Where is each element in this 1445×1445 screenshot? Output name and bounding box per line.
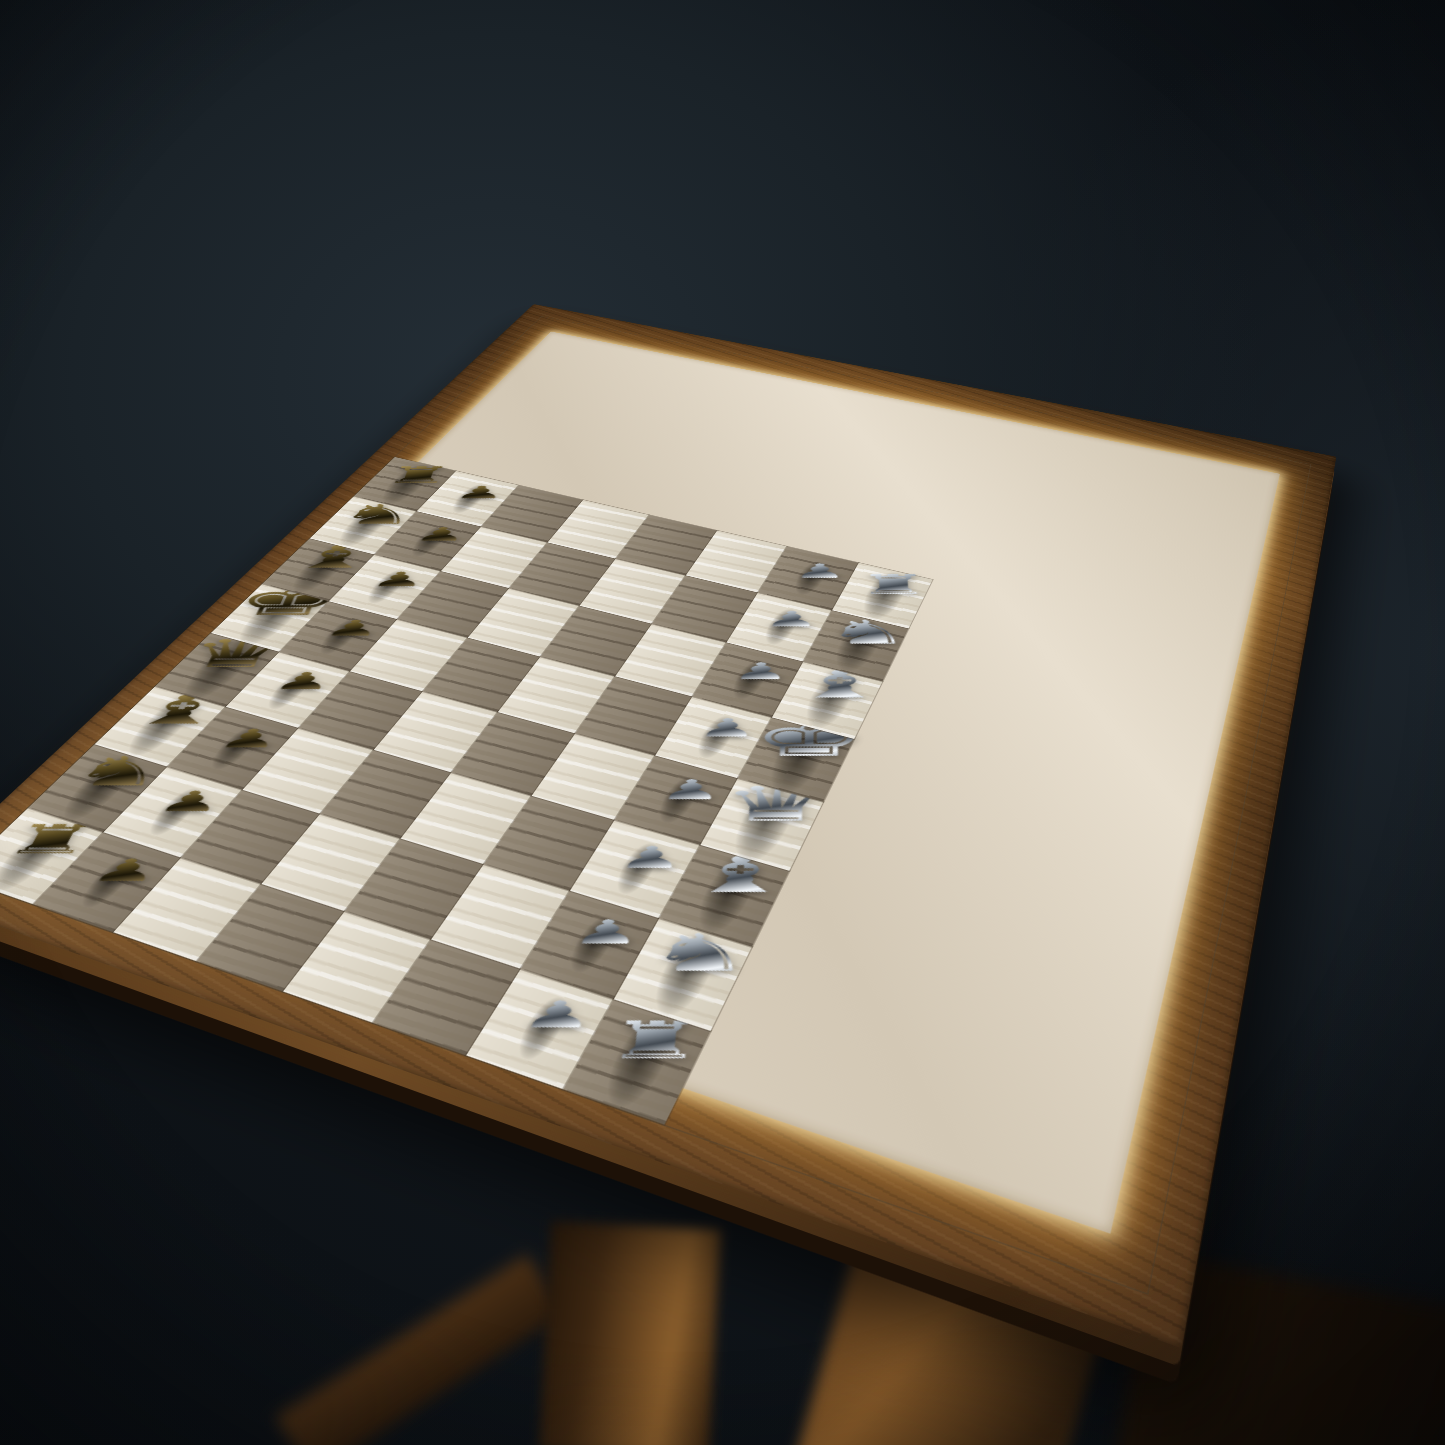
square-b3[interactable] bbox=[431, 864, 570, 969]
square-b5[interactable] bbox=[261, 813, 400, 910]
pawn-glyph: ♟ bbox=[364, 525, 517, 542]
piece-shadow bbox=[759, 720, 836, 799]
rook-glyph: ♜ bbox=[816, 572, 971, 597]
square-e3[interactable] bbox=[575, 676, 692, 755]
rook-glyph: ♜ bbox=[0, 821, 153, 858]
square-b4[interactable] bbox=[344, 838, 483, 939]
knight-glyph: ♞ bbox=[787, 617, 948, 647]
square-e1[interactable]: ♚ bbox=[737, 717, 853, 801]
chess-table-top: ♜♞♝♛♚♝♞♜♟♟♟♟♟♟♟♟♟♟♟♟♟♟♟♟♜♞♝♛♚♝♞♜ bbox=[0, 304, 1336, 1348]
scene: ♜♞♝♛♚♝♞♜♟♟♟♟♟♟♟♟♟♟♟♟♟♟♟♟♜♞♝♛♚♝♞♜ bbox=[0, 0, 1445, 1445]
bishop-glyph: ♝ bbox=[755, 667, 923, 702]
chess-table-photo: ♜♞♝♛♚♝♞♜♟♟♟♟♟♟♟♟♟♟♟♟♟♟♟♟♜♞♝♛♚♝♞♜ bbox=[0, 0, 1445, 1445]
piece-shadow bbox=[0, 815, 83, 895]
piece-shadow bbox=[608, 839, 666, 898]
pawn-glyph: ♟ bbox=[406, 484, 553, 500]
rook-glyph: ♜ bbox=[545, 1016, 761, 1064]
piece-shadow bbox=[643, 927, 727, 1021]
square-c3[interactable] bbox=[483, 795, 614, 890]
king-glyph: ♚ bbox=[201, 583, 373, 619]
piece-shadow bbox=[72, 851, 145, 911]
pawn-glyph: ♟ bbox=[554, 843, 745, 871]
pawn-glyph: ♟ bbox=[24, 856, 227, 884]
